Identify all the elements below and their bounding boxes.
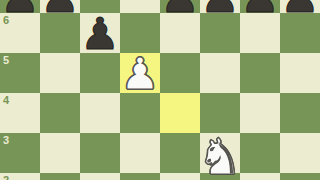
square-c2[interactable] — [80, 173, 120, 180]
square-d2[interactable] — [120, 173, 160, 180]
square-g5[interactable] — [240, 53, 280, 93]
square-a2[interactable]: 2 — [0, 173, 40, 180]
square-a3[interactable]: 3 — [0, 133, 40, 173]
square-h7[interactable]: ♟ — [280, 0, 320, 13]
square-h5[interactable] — [280, 53, 320, 93]
square-e4[interactable] — [160, 93, 200, 133]
square-d7[interactable] — [120, 0, 160, 13]
rank-label-5: 5 — [3, 54, 9, 66]
square-c3[interactable] — [80, 133, 120, 173]
square-h2[interactable] — [280, 173, 320, 180]
square-f5[interactable] — [200, 53, 240, 93]
black-pawn-a7[interactable]: ♟ — [0, 0, 40, 17]
square-e2[interactable] — [160, 173, 200, 180]
chess-board: 7♟♟♟♟♟♟6♟5♟43♞2 — [0, 0, 320, 180]
square-f3[interactable]: ♞ — [200, 133, 240, 173]
square-b5[interactable] — [40, 53, 80, 93]
square-e7[interactable]: ♟ — [160, 0, 200, 13]
square-d3[interactable] — [120, 133, 160, 173]
square-e3[interactable] — [160, 133, 200, 173]
black-pawn-f7[interactable]: ♟ — [200, 0, 240, 17]
square-g2[interactable] — [240, 173, 280, 180]
square-c5[interactable] — [80, 53, 120, 93]
square-b4[interactable] — [40, 93, 80, 133]
square-h4[interactable] — [280, 93, 320, 133]
square-b3[interactable] — [40, 133, 80, 173]
black-pawn-b7[interactable]: ♟ — [40, 0, 80, 17]
rank-label-3: 3 — [3, 134, 9, 146]
square-c4[interactable] — [80, 93, 120, 133]
rank-label-4: 4 — [3, 94, 9, 106]
black-pawn-h7[interactable]: ♟ — [280, 0, 320, 17]
black-pawn-e7[interactable]: ♟ — [160, 0, 200, 17]
square-d5[interactable]: ♟ — [120, 53, 160, 93]
black-pawn-c6[interactable]: ♟ — [80, 14, 120, 54]
square-g7[interactable]: ♟ — [240, 0, 280, 13]
square-a7[interactable]: 7♟ — [0, 0, 40, 13]
square-a4[interactable]: 4 — [0, 93, 40, 133]
square-c6[interactable]: ♟ — [80, 13, 120, 53]
black-pawn-g7[interactable]: ♟ — [240, 0, 280, 17]
rank-label-2: 2 — [3, 174, 9, 180]
square-h3[interactable] — [280, 133, 320, 173]
square-b7[interactable]: ♟ — [40, 0, 80, 13]
white-pawn-d5[interactable]: ♟ — [120, 54, 160, 94]
square-e5[interactable] — [160, 53, 200, 93]
square-g4[interactable] — [240, 93, 280, 133]
square-d4[interactable] — [120, 93, 160, 133]
square-a5[interactable]: 5 — [0, 53, 40, 93]
square-f7[interactable]: ♟ — [200, 0, 240, 13]
chess-app-viewport: 7♟♟♟♟♟♟6♟5♟43♞2 — [0, 0, 320, 180]
square-g3[interactable] — [240, 133, 280, 173]
square-d6[interactable] — [120, 13, 160, 53]
square-b2[interactable] — [40, 173, 80, 180]
white-knight-f3[interactable]: ♞ — [200, 137, 240, 177]
square-f4[interactable] — [200, 93, 240, 133]
